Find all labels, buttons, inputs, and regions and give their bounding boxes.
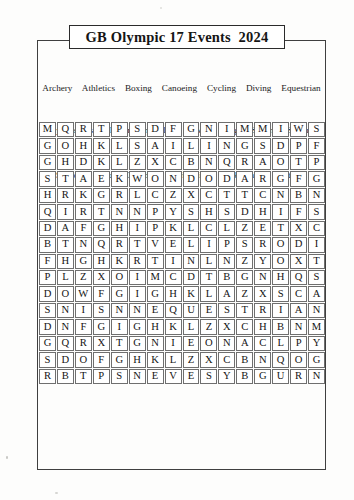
grid-cell: P	[308, 155, 325, 170]
grid-cell: O	[272, 155, 289, 170]
grid-cell: G	[308, 171, 325, 186]
grid-cell: R	[75, 204, 92, 219]
grid-cell: D	[272, 138, 289, 153]
grid-cell: S	[308, 270, 325, 285]
puzzle-page: GB Olympic 17 Events 2024 Archery Athlet…	[0, 0, 354, 500]
grid-cell: T	[147, 254, 164, 269]
grid-cell: I	[308, 237, 325, 252]
grid-cell: K	[111, 254, 128, 269]
grid-cell: B	[236, 352, 253, 367]
grid-cell: Q	[57, 336, 74, 351]
grid-cell: G	[308, 352, 325, 367]
grid-cell: N	[290, 319, 307, 334]
grid-cell: T	[236, 303, 253, 318]
grid-cell: D	[39, 286, 56, 301]
grid-cell: R	[75, 122, 92, 137]
grid-cell: X	[254, 286, 271, 301]
grid-cell: E	[165, 237, 182, 252]
grid-cell: R	[111, 188, 128, 203]
grid-cell: X	[93, 270, 110, 285]
grid-cell: N	[200, 122, 217, 137]
grid-cell: G	[75, 254, 92, 269]
grid-cell: Q	[290, 270, 307, 285]
grid-cell: G	[111, 352, 128, 367]
grid-cell: F	[75, 221, 92, 236]
grid-cell: T	[218, 188, 235, 203]
grid-cell: R	[254, 237, 271, 252]
grid-cell: B	[218, 270, 235, 285]
grid-cell: E	[93, 171, 110, 186]
grid-cell: C	[254, 336, 271, 351]
grid-cell: K	[93, 138, 110, 153]
grid-cell: B	[39, 237, 56, 252]
grid-cell: Q	[93, 237, 110, 252]
grid-cell: Z	[200, 319, 217, 334]
grid-cell: S	[39, 352, 56, 367]
grid-cell: R	[290, 369, 307, 384]
grid-cell: D	[75, 155, 92, 170]
grid-cell: K	[93, 155, 110, 170]
grid-cell: E	[183, 336, 200, 351]
grid-cell: Z	[236, 221, 253, 236]
grid-cell: Q	[272, 352, 289, 367]
grid-cell: Z	[165, 188, 182, 203]
grid-cell: D	[39, 221, 56, 236]
grid-cell: I	[200, 138, 217, 153]
grid-cell: T	[57, 171, 74, 186]
grid-cell: Y	[165, 204, 182, 219]
grid-cell: U	[183, 303, 200, 318]
grid-cell: G	[147, 286, 164, 301]
grid-cell: X	[183, 188, 200, 203]
grid-cell: S	[254, 138, 271, 153]
grid-cell: C	[165, 270, 182, 285]
grid-cell: F	[93, 286, 110, 301]
grid-cell: G	[111, 286, 128, 301]
grid-cell: S	[272, 286, 289, 301]
grid-cell: R	[57, 188, 74, 203]
grid-cell: Z	[183, 352, 200, 367]
grid-cell: N	[183, 254, 200, 269]
grid-cell: V	[147, 237, 164, 252]
grid-cell: E	[147, 303, 164, 318]
grid-cell: D	[236, 204, 253, 219]
grid-cell: L	[129, 188, 146, 203]
grid-cell: I	[129, 286, 146, 301]
grid-cell: S	[129, 122, 146, 137]
grid-cell: A	[218, 286, 235, 301]
grid-cell: K	[75, 188, 92, 203]
grid-cell: L	[165, 352, 182, 367]
grid-cell: S	[39, 171, 56, 186]
grid-cell: G	[93, 221, 110, 236]
grid-cell: N	[308, 188, 325, 203]
grid-cell: H	[39, 188, 56, 203]
grid-cell: G	[93, 319, 110, 334]
grid-cell: A	[236, 171, 253, 186]
grid-cell: D	[57, 352, 74, 367]
grid-cell: N	[57, 303, 74, 318]
grid-cell: T	[236, 188, 253, 203]
grid-cell: G	[39, 336, 56, 351]
grid-cell: K	[165, 319, 182, 334]
grid-cell: S	[218, 204, 235, 219]
grid-cell: O	[57, 138, 74, 153]
grid-cell: B	[183, 155, 200, 170]
grid-cell: D	[183, 171, 200, 186]
grid-cell: C	[147, 188, 164, 203]
grid-cell: I	[272, 204, 289, 219]
grid-cell: P	[93, 369, 110, 384]
grid-cell: X	[290, 254, 307, 269]
grid-cell: W	[75, 286, 92, 301]
grid-cell: N	[129, 303, 146, 318]
grid-cell: N	[200, 155, 217, 170]
grid-cell: P	[39, 270, 56, 285]
grid-cell: T	[272, 221, 289, 236]
grid-cell: I	[200, 237, 217, 252]
grid-cell: C	[254, 188, 271, 203]
grid-cell: Q	[218, 155, 235, 170]
grid-cell: I	[75, 303, 92, 318]
grid-cell: D	[183, 270, 200, 285]
grid-cell: X	[147, 155, 164, 170]
grid-cell: H	[254, 204, 271, 219]
grid-cell: M	[147, 270, 164, 285]
grid-cell: A	[254, 155, 271, 170]
grid-cell: F	[93, 352, 110, 367]
grid-cell: Y	[218, 369, 235, 384]
grid-cell: T	[93, 204, 110, 219]
grid-cell: L	[200, 254, 217, 269]
grid-cell: S	[236, 237, 253, 252]
grid-cell: B	[236, 369, 253, 384]
grid-cell: N	[254, 270, 271, 285]
grid-cell: S	[308, 122, 325, 137]
grid-cell: F	[165, 122, 182, 137]
grid-cell: Y	[254, 254, 271, 269]
grid-cell: H	[57, 155, 74, 170]
grid-cell: Y	[308, 336, 325, 351]
grid-cell: Q	[57, 122, 74, 137]
grid-cell: R	[254, 171, 271, 186]
grid-cell: F	[39, 254, 56, 269]
grid-cell: O	[111, 270, 128, 285]
grid-cell: E	[200, 303, 217, 318]
grid-cell: S	[183, 204, 200, 219]
grid-cell: E	[183, 369, 200, 384]
grid-cell: E	[254, 221, 271, 236]
grid-cell: N	[308, 303, 325, 318]
grid-cell: A	[290, 303, 307, 318]
grid-cell: C	[200, 188, 217, 203]
grid-cell: G	[93, 188, 110, 203]
grid-cell: N	[57, 319, 74, 334]
grid-cell: K	[183, 286, 200, 301]
grid-cell: L	[218, 221, 235, 236]
grid-cell: B	[290, 188, 307, 203]
grid-cell: N	[129, 204, 146, 219]
grid-cell: L	[57, 270, 74, 285]
grid-cell: L	[183, 237, 200, 252]
grid-cell: I	[165, 336, 182, 351]
grid-cell: I	[111, 319, 128, 334]
grid-cell: C	[218, 352, 235, 367]
grid-cell: T	[111, 336, 128, 351]
grid-cell: L	[111, 138, 128, 153]
grid-cell: M	[254, 122, 271, 137]
grid-cell: N	[147, 336, 164, 351]
grid-cell: R	[75, 336, 92, 351]
grid-cell: N	[111, 303, 128, 318]
grid-cell: I	[272, 122, 289, 137]
grid-cell: G	[272, 171, 289, 186]
grid-cell: T	[129, 237, 146, 252]
grid-cell: O	[147, 171, 164, 186]
grid-cell: I	[129, 221, 146, 236]
grid-cell: C	[165, 155, 182, 170]
grid-cell: I	[165, 138, 182, 153]
grid-cell: M	[39, 122, 56, 137]
grid-cell: F	[290, 171, 307, 186]
grid-cell: H	[93, 254, 110, 269]
grid-cell: I	[165, 254, 182, 269]
grid-cell: S	[111, 369, 128, 384]
grid-cell: O	[272, 254, 289, 269]
grid-cell: R	[254, 303, 271, 318]
grid-cell: L	[183, 221, 200, 236]
grid-cell: O	[272, 237, 289, 252]
grid-cell: F	[290, 204, 307, 219]
grid-cell: X	[290, 221, 307, 236]
grid-cell: H	[57, 254, 74, 269]
grid-cell: P	[290, 336, 307, 351]
grid-cell: I	[129, 270, 146, 285]
grid-cell: G	[183, 122, 200, 137]
grid-cell: W	[129, 171, 146, 186]
grid-cell: L	[183, 138, 200, 153]
grid-cell: P	[147, 221, 164, 236]
grid-cell: O	[57, 286, 74, 301]
grid-cell: C	[308, 221, 325, 236]
grid-cell: A	[236, 336, 253, 351]
grid-cell: P	[218, 237, 235, 252]
grid-cell: Q	[165, 303, 182, 318]
grid-cell: H	[129, 352, 146, 367]
grid-cell: D	[218, 171, 235, 186]
grid-cell: K	[165, 221, 182, 236]
grid-cell: M	[236, 122, 253, 137]
grid-cell: N	[165, 171, 182, 186]
grid-cell: O	[290, 352, 307, 367]
grid-cell: S	[200, 369, 217, 384]
grid-cell: S	[308, 204, 325, 219]
grid-cell: H	[200, 204, 217, 219]
grid-cell: G	[129, 336, 146, 351]
grid-cell: N	[75, 237, 92, 252]
grid-cell: I	[218, 122, 235, 137]
grid-cell: P	[147, 204, 164, 219]
grid-cell: H	[272, 270, 289, 285]
grid-cell: Q	[39, 204, 56, 219]
scan-speck	[55, 492, 58, 494]
grid-cell: Z	[75, 270, 92, 285]
grid-cell: S	[129, 138, 146, 153]
grid-cell: T	[75, 369, 92, 384]
grid-cell: A	[75, 171, 92, 186]
grid-cell: R	[236, 155, 253, 170]
grid-cell: N	[129, 369, 146, 384]
grid-cell: O	[200, 336, 217, 351]
grid-cell: N	[111, 204, 128, 219]
grid-cell: S	[39, 303, 56, 318]
grid-cell: X	[93, 336, 110, 351]
grid-cell: X	[200, 352, 217, 367]
scan-speck	[6, 456, 8, 459]
grid-cell: B	[57, 369, 74, 384]
puzzle-title: GB Olympic 17 Events 2024	[86, 29, 269, 46]
grid-cell: T	[57, 237, 74, 252]
grid-cell: I	[57, 204, 74, 219]
grid-cell: L	[183, 319, 200, 334]
grid-cell: D	[147, 122, 164, 137]
grid-cell: P	[111, 122, 128, 137]
grid-cell: K	[111, 171, 128, 186]
grid-cell: N	[218, 138, 235, 153]
grid-cell: H	[75, 138, 92, 153]
grid-cell: L	[272, 336, 289, 351]
grid-cell: H	[254, 319, 271, 334]
scan-speck	[160, 7, 162, 9]
grid-cell: L	[111, 155, 128, 170]
grid-cell: T	[200, 270, 217, 285]
grid-cell: C	[236, 319, 253, 334]
grid-cell: X	[218, 319, 235, 334]
grid-cell: A	[147, 138, 164, 153]
grid-cell: O	[200, 171, 217, 186]
grid-cell: H	[147, 319, 164, 334]
grid-cell: G	[129, 319, 146, 334]
grid-cell: S	[93, 303, 110, 318]
grid-cell: D	[39, 319, 56, 334]
grid-cell: P	[290, 138, 307, 153]
grid-cell: M	[308, 319, 325, 334]
grid-cell: C	[290, 286, 307, 301]
grid-cell: T	[308, 254, 325, 269]
grid-cell: R	[111, 237, 128, 252]
grid-cell: V	[165, 369, 182, 384]
grid-cell: E	[147, 369, 164, 384]
grid-cell: G	[39, 155, 56, 170]
word-list-line: Archery Athletics Boxing Canoeing Cyclin…	[39, 81, 324, 95]
grid-cell: G	[254, 369, 271, 384]
grid-cell: N	[308, 369, 325, 384]
grid-cell: C	[200, 221, 217, 236]
grid-cell: R	[39, 369, 56, 384]
grid-cell: Z	[236, 254, 253, 269]
grid-cell: T	[93, 122, 110, 137]
grid-cell: G	[236, 270, 253, 285]
grid-cell: L	[200, 286, 217, 301]
grid-cell: T	[290, 155, 307, 170]
grid-cell: Z	[129, 155, 146, 170]
grid-cell: G	[39, 138, 56, 153]
grid-cell: R	[129, 254, 146, 269]
grid-cell: N	[218, 254, 235, 269]
grid-cell: H	[165, 286, 182, 301]
puzzle-title-box: GB Olympic 17 Events 2024	[69, 25, 285, 49]
grid-cell: F	[75, 319, 92, 334]
grid-cell: O	[75, 352, 92, 367]
grid-cell: U	[272, 369, 289, 384]
grid-cell: Z	[236, 286, 253, 301]
grid-cell: N	[218, 336, 235, 351]
grid-cell: A	[57, 221, 74, 236]
grid-cell: F	[308, 138, 325, 153]
word-search-grid: MQRTPSDFGNIMMIWSGOHKLSAILINGSDPFGHDKLZXC…	[39, 122, 325, 384]
grid-cell: G	[236, 138, 253, 153]
grid-cell: A	[308, 286, 325, 301]
grid-cell: I	[272, 303, 289, 318]
grid-cell: W	[290, 122, 307, 137]
grid-cell: D	[290, 237, 307, 252]
grid-cell: N	[272, 188, 289, 203]
grid-cell: N	[254, 352, 271, 367]
grid-cell: K	[147, 352, 164, 367]
grid-cell: S	[218, 303, 235, 318]
grid-cell: B	[272, 319, 289, 334]
grid-cell: H	[111, 221, 128, 236]
